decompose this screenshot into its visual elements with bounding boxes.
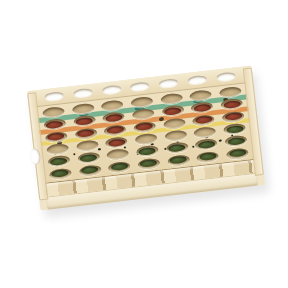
green-disc bbox=[80, 154, 98, 163]
drop-slot[interactable] bbox=[44, 91, 64, 101]
green-disc bbox=[50, 157, 68, 166]
red-disc bbox=[224, 112, 242, 121]
tray-handle-notch bbox=[30, 148, 42, 165]
drop-slot[interactable] bbox=[187, 75, 207, 85]
red-disc bbox=[108, 138, 126, 147]
green-disc bbox=[170, 156, 188, 165]
board-hole bbox=[226, 147, 249, 159]
board-cell[interactable] bbox=[74, 163, 105, 179]
board-hole bbox=[196, 151, 219, 163]
green-disc bbox=[226, 125, 244, 134]
red-disc bbox=[75, 117, 93, 126]
green-disc bbox=[139, 147, 157, 156]
red-disc bbox=[195, 116, 213, 125]
red-disc bbox=[223, 100, 241, 109]
red-disc bbox=[46, 120, 64, 129]
drop-slot[interactable] bbox=[102, 85, 122, 95]
board-assembly bbox=[34, 66, 258, 209]
green-disc bbox=[199, 152, 217, 161]
board-hole bbox=[49, 168, 72, 180]
red-disc bbox=[105, 114, 123, 123]
board-cell[interactable] bbox=[104, 159, 135, 175]
green-disc bbox=[81, 166, 99, 175]
drop-slot[interactable] bbox=[159, 78, 179, 88]
red-disc bbox=[77, 129, 95, 138]
board-cell[interactable] bbox=[45, 166, 76, 182]
product-photo bbox=[0, 0, 288, 288]
red-disc bbox=[47, 133, 65, 142]
board-hole bbox=[167, 154, 190, 166]
board-hole bbox=[137, 157, 160, 169]
green-disc bbox=[140, 159, 158, 168]
drop-slot[interactable] bbox=[216, 71, 236, 81]
board-cell[interactable] bbox=[193, 149, 224, 165]
red-disc bbox=[164, 107, 182, 116]
board-cell[interactable] bbox=[222, 146, 253, 162]
green-disc bbox=[51, 169, 69, 178]
board-hole bbox=[78, 164, 101, 176]
red-disc bbox=[136, 122, 154, 131]
board-hole bbox=[108, 161, 131, 173]
drop-slot[interactable] bbox=[130, 81, 150, 91]
game-tray bbox=[27, 66, 265, 211]
green-disc bbox=[168, 144, 186, 153]
green-disc bbox=[111, 163, 129, 172]
drop-slot[interactable] bbox=[73, 88, 93, 98]
green-disc bbox=[227, 137, 245, 146]
red-disc bbox=[106, 126, 124, 135]
green-disc bbox=[229, 149, 247, 158]
red-disc bbox=[194, 103, 212, 112]
board-cell[interactable] bbox=[163, 152, 194, 168]
green-disc bbox=[198, 140, 216, 149]
board-cell[interactable] bbox=[133, 156, 164, 172]
